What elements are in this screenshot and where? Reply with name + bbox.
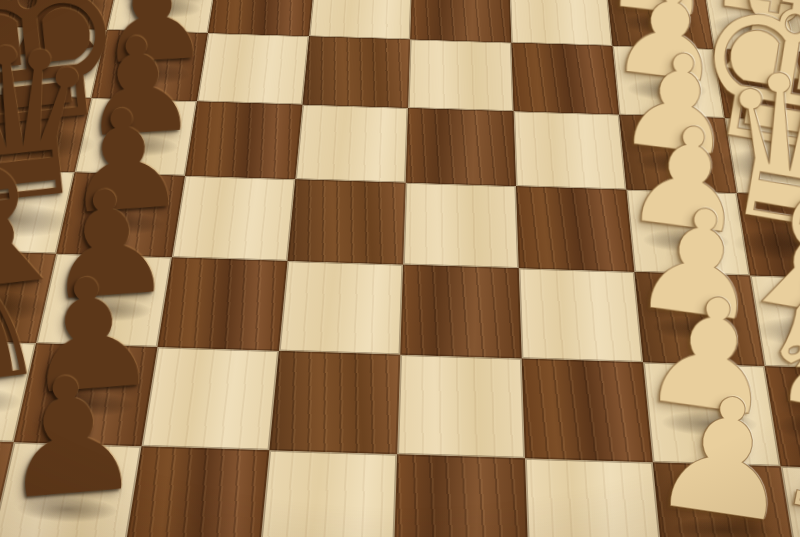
camera-roll-wrapper: ♜♞♝♛♚♝♞♜♟♟♟♟♟♟♟♟♟♟♟♟♟♟♟♟♜♞♝♛♚♝♞♜	[0, 0, 800, 537]
pieces-layer: ♜♞♝♛♚♝♞♜♟♟♟♟♟♟♟♟♟♟♟♟♟♟♟♟♜♞♝♛♚♝♞♜	[0, 0, 800, 537]
chessboard-photo: ♜♞♝♛♚♝♞♜♟♟♟♟♟♟♟♟♟♟♟♟♟♟♟♟♜♞♝♛♚♝♞♜	[0, 0, 800, 537]
piece-black-pawn[interactable]: ♟	[0, 352, 147, 524]
